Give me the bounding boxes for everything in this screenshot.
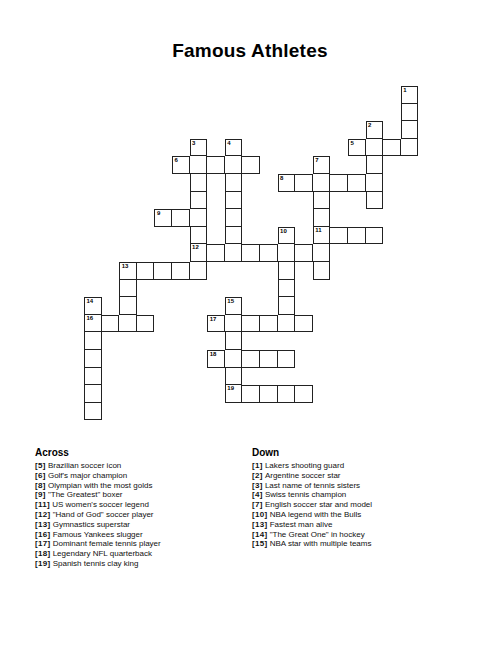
down-header: Down <box>252 447 457 459</box>
grid-cell[interactable] <box>330 174 348 192</box>
across-clue-list: [5] Brazilian soccer icon[6] Golf's majo… <box>35 461 240 569</box>
across-clue-16: [16] Famous Yankees slugger <box>35 530 240 540</box>
grid-cell[interactable] <box>119 315 137 333</box>
cell-number: 3 <box>192 140 195 147</box>
grid-cell[interactable] <box>190 174 208 192</box>
grid-cell[interactable] <box>84 332 102 350</box>
grid-cell[interactable] <box>401 139 419 157</box>
down-clue-4: [4] Swiss tennis champion <box>252 490 457 500</box>
grid-cell[interactable] <box>190 209 208 227</box>
grid-cell[interactable] <box>225 156 243 174</box>
across-clue-17: [17] Dominant female tennis player <box>35 539 240 549</box>
across-clue-18: [18] Legendary NFL quarterback <box>35 549 240 559</box>
grid-cell[interactable]: 13 <box>119 262 137 280</box>
grid-cell[interactable]: 3 <box>190 139 208 157</box>
grid-cell[interactable] <box>172 262 190 280</box>
cell-number: 11 <box>315 227 321 234</box>
grid-cell[interactable] <box>154 262 172 280</box>
cell-number: 5 <box>351 140 354 147</box>
cell-number: 8 <box>280 175 283 182</box>
grid-cell[interactable] <box>119 280 137 298</box>
grid-cell[interactable]: 12 <box>190 244 208 262</box>
grid-cell[interactable] <box>295 244 313 262</box>
down-section: Down [1] Lakers shooting guard[2] Argent… <box>252 447 457 549</box>
grid-cell[interactable]: 10 <box>278 227 296 245</box>
cell-number: 18 <box>210 351 217 358</box>
grid-cell[interactable] <box>225 368 243 386</box>
grid-cell[interactable] <box>383 139 401 157</box>
down-clue-2: [2] Argentine soccer star <box>252 471 457 481</box>
grid-cell[interactable] <box>278 280 296 298</box>
grid-cell[interactable] <box>278 244 296 262</box>
grid-cell[interactable] <box>278 350 296 368</box>
grid-cell[interactable] <box>330 227 348 245</box>
grid-cell[interactable] <box>172 209 190 227</box>
grid-cell[interactable]: 7 <box>313 156 331 174</box>
cell-number: 1 <box>403 87 406 94</box>
cell-number: 9 <box>157 210 160 217</box>
grid-cell[interactable] <box>348 227 366 245</box>
grid-cell[interactable] <box>278 262 296 280</box>
cell-number: 15 <box>227 298 234 305</box>
grid-cell[interactable]: 8 <box>278 174 296 192</box>
grid-cell[interactable]: 11 <box>313 227 331 245</box>
grid-cell[interactable] <box>313 192 331 210</box>
grid-cell[interactable] <box>366 174 384 192</box>
down-clue-7: [7] English soccer star and model <box>252 500 457 510</box>
grid-cell[interactable] <box>225 315 243 333</box>
grid-cell[interactable] <box>84 368 102 386</box>
cell-number: 13 <box>122 263 129 270</box>
crossword-board: 12345678910111213141516171819 <box>84 86 419 421</box>
grid-cell[interactable] <box>295 315 313 333</box>
across-clue-9: [9] "The Greatest" boxer <box>35 490 240 500</box>
grid-cell[interactable]: 17 <box>207 315 225 333</box>
grid-cell[interactable]: 18 <box>207 350 225 368</box>
grid-cell[interactable] <box>313 262 331 280</box>
grid-cell[interactable]: 1 <box>401 86 419 104</box>
cell-number: 17 <box>210 316 217 323</box>
grid-cell[interactable] <box>84 350 102 368</box>
grid-cell[interactable]: 9 <box>154 209 172 227</box>
grid-cell[interactable] <box>295 174 313 192</box>
grid-cell[interactable] <box>348 174 366 192</box>
grid-cell[interactable] <box>260 385 278 403</box>
grid-cell[interactable] <box>84 385 102 403</box>
grid-cell[interactable] <box>242 315 260 333</box>
across-clue-11: [11] US women's soccer legend <box>35 500 240 510</box>
grid-cell[interactable] <box>313 174 331 192</box>
grid-cell[interactable] <box>278 297 296 315</box>
grid-cell[interactable]: 4 <box>225 139 243 157</box>
across-clue-13: [13] Gymnastics superstar <box>35 520 240 530</box>
grid-cell[interactable] <box>137 315 155 333</box>
across-clue-6: [6] Golf's major champion <box>35 471 240 481</box>
down-clue-13: [13] Fastest man alive <box>252 520 457 530</box>
cell-number: 10 <box>280 228 287 235</box>
down-clue-3: [3] Last name of tennis sisters <box>252 481 457 491</box>
grid-cell[interactable] <box>366 227 384 245</box>
grid-cell[interactable]: 2 <box>366 121 384 139</box>
across-clue-5: [5] Brazilian soccer icon <box>35 461 240 471</box>
cell-number: 16 <box>87 315 94 322</box>
grid-cell[interactable] <box>260 315 278 333</box>
grid-cell[interactable] <box>313 244 331 262</box>
grid-cell[interactable] <box>313 209 331 227</box>
grid-cell[interactable] <box>242 156 260 174</box>
grid-cell[interactable] <box>366 139 384 157</box>
grid-cell[interactable] <box>190 227 208 245</box>
grid-cell[interactable] <box>242 350 260 368</box>
grid-cell[interactable] <box>190 192 208 210</box>
cell-number: 6 <box>175 157 178 164</box>
cell-number: 14 <box>87 298 94 305</box>
grid-cell[interactable] <box>225 209 243 227</box>
grid-cell[interactable] <box>295 385 313 403</box>
cell-number: 12 <box>192 244 199 251</box>
grid-cell[interactable] <box>119 297 137 315</box>
cell-number: 19 <box>227 385 234 392</box>
across-clue-19: [19] Spanish tennis clay king <box>35 559 240 569</box>
grid-cell[interactable]: 16 <box>84 315 102 333</box>
grid-cell[interactable]: 6 <box>172 156 190 174</box>
grid-cell[interactable] <box>225 350 243 368</box>
grid-cell[interactable]: 15 <box>225 297 243 315</box>
cell-number: 7 <box>315 157 318 164</box>
grid-cell[interactable] <box>260 350 278 368</box>
down-clue-list: [1] Lakers shooting guard[2] Argentine s… <box>252 461 457 549</box>
grid-cell[interactable] <box>84 403 102 421</box>
grid-cell[interactable] <box>242 385 260 403</box>
grid-cell[interactable] <box>225 227 243 245</box>
across-section: Across [5] Brazilian soccer icon[6] Golf… <box>35 447 240 569</box>
grid-cell[interactable] <box>260 244 278 262</box>
across-clue-8: [8] Olympian with the most golds <box>35 481 240 491</box>
grid-cell[interactable] <box>207 156 225 174</box>
grid-cell[interactable] <box>225 174 243 192</box>
grid-cell[interactable] <box>190 156 208 174</box>
cell-number: 4 <box>227 140 230 147</box>
grid-cell[interactable] <box>401 104 419 122</box>
down-clue-10: [10] NBA legend with the Bulls <box>252 510 457 520</box>
grid-cell[interactable] <box>137 262 155 280</box>
cell-number: 2 <box>368 122 371 129</box>
grid-cell[interactable] <box>225 332 243 350</box>
grid-cell[interactable]: 14 <box>84 297 102 315</box>
grid-cell[interactable] <box>207 244 225 262</box>
grid-cell[interactable] <box>401 121 419 139</box>
grid-cell[interactable] <box>278 315 296 333</box>
grid-cell[interactable]: 5 <box>348 139 366 157</box>
across-header: Across <box>35 447 240 459</box>
grid-cell[interactable] <box>225 244 243 262</box>
grid-cell[interactable] <box>225 192 243 210</box>
grid-cell[interactable] <box>366 192 384 210</box>
down-clue-1: [1] Lakers shooting guard <box>252 461 457 471</box>
puzzle-title: Famous Athletes <box>0 40 500 63</box>
grid-cell[interactable] <box>278 385 296 403</box>
grid-cell[interactable] <box>102 315 120 333</box>
grid-cell[interactable] <box>190 262 208 280</box>
down-clue-15: [15] NBA star with multiple teams <box>252 539 457 549</box>
across-clue-12: [12] "Hand of God" soccer player <box>35 510 240 520</box>
down-clue-14: [14] "The Great One" in hockey <box>252 530 457 540</box>
grid-cell[interactable] <box>242 244 260 262</box>
grid-cell[interactable]: 19 <box>225 385 243 403</box>
grid-cell[interactable] <box>366 156 384 174</box>
